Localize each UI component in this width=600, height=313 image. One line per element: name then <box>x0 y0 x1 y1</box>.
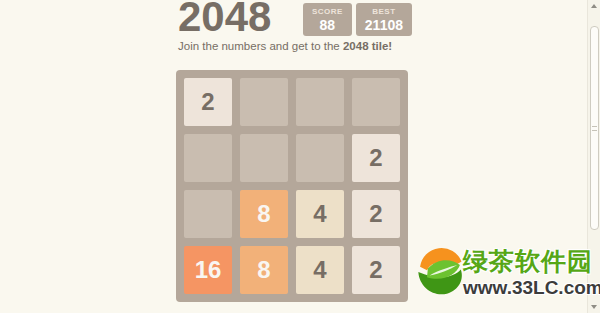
tile-8: 8 <box>240 190 288 238</box>
scrollbar-thumb[interactable] <box>590 26 599 230</box>
watermark-logo: 绿茶软件园 www.33LC.com <box>412 236 600 310</box>
site-name: 绿茶软件园 <box>463 248 593 274</box>
green-tea-leaf-icon <box>414 243 466 301</box>
scoreboard: SCORE 88 BEST 21108 <box>303 3 412 36</box>
best-label: BEST <box>365 7 403 16</box>
tile-4: 4 <box>296 190 344 238</box>
subtitle-text: Join the numbers and get to the <box>178 40 343 52</box>
tile-4: 4 <box>296 246 344 294</box>
score-label: SCORE <box>312 7 343 16</box>
subtitle: Join the numbers and get to the 2048 til… <box>178 40 392 52</box>
scrollbar-grip <box>592 126 597 131</box>
board-grid[interactable]: 2284216842 <box>176 70 408 302</box>
subtitle-goal: 2048 tile! <box>343 40 392 52</box>
empty-cell <box>184 190 232 238</box>
score-value: 88 <box>312 17 343 33</box>
empty-cell <box>240 134 288 182</box>
empty-cell <box>296 134 344 182</box>
tile-8: 8 <box>240 246 288 294</box>
empty-cell <box>296 78 344 126</box>
score-box: SCORE 88 <box>303 3 352 36</box>
page-title: 2048 <box>178 0 271 37</box>
tile-2: 2 <box>352 246 400 294</box>
page: 2048 SCORE 88 BEST 21108 Join the number… <box>0 0 600 313</box>
tile-16: 16 <box>184 246 232 294</box>
empty-cell <box>184 134 232 182</box>
site-url: www.33LC.com <box>463 277 600 299</box>
empty-cell <box>240 78 288 126</box>
tile-2: 2 <box>352 134 400 182</box>
empty-cell <box>352 78 400 126</box>
best-value: 21108 <box>365 17 403 33</box>
best-box: BEST 21108 <box>356 3 412 36</box>
tile-2: 2 <box>352 190 400 238</box>
scrollbar-up-arrow[interactable] <box>591 4 597 8</box>
tile-2: 2 <box>184 78 232 126</box>
